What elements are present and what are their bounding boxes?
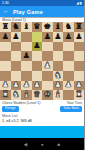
- white-knight[interactable]: ♞: [12, 91, 19, 99]
- white-pawn[interactable]: ♟: [12, 81, 19, 89]
- android-nav-bar: ◀ ● ■: [0, 138, 84, 150]
- black-pawn[interactable]: ♟: [2, 32, 9, 40]
- board-square-c2[interactable]: ♟: [21, 81, 32, 91]
- white-pawn[interactable]: ♟: [54, 81, 61, 89]
- board-square-f8[interactable]: ♝: [53, 22, 64, 32]
- page-title: Play Game: [13, 9, 43, 15]
- chess-board[interactable]: ♜♞♝♛♚♝♞♜♟♟♟♟♟♟♟♟♟♞♟♟♟♟♟♟♟♜♞♝♛♚♝♜: [0, 22, 84, 100]
- white-pawn[interactable]: ♟: [33, 81, 40, 89]
- turn-status-label: Your Turn: [67, 101, 82, 105]
- app-bar: ← Play Game: [0, 6, 84, 17]
- white-pawn[interactable]: ♟: [44, 62, 51, 70]
- board-square-b7[interactable]: ♟: [11, 32, 22, 42]
- board-square-b3[interactable]: [11, 71, 22, 81]
- white-queen[interactable]: ♛: [33, 91, 40, 99]
- back-arrow-icon[interactable]: ←: [3, 6, 9, 17]
- board-square-e4[interactable]: ♟: [42, 61, 53, 71]
- board-square-d6[interactable]: ♟: [32, 42, 43, 52]
- board-square-g6[interactable]: [63, 42, 74, 52]
- board-square-a8[interactable]: ♜: [0, 22, 11, 32]
- board-square-a3[interactable]: [0, 71, 11, 81]
- black-pawn[interactable]: ♟: [75, 32, 82, 40]
- board-square-f3[interactable]: ♞: [53, 71, 64, 81]
- board-square-e2[interactable]: [42, 81, 53, 91]
- board-square-e7[interactable]: ♟: [42, 32, 53, 42]
- board-square-h6[interactable]: [74, 42, 85, 52]
- board-square-g5[interactable]: [63, 51, 74, 61]
- black-pawn[interactable]: ♟: [44, 32, 51, 40]
- board-square-a2[interactable]: ♟: [0, 81, 11, 91]
- black-bishop[interactable]: ♝: [23, 23, 30, 31]
- board-square-e6[interactable]: [42, 42, 53, 52]
- white-bishop[interactable]: ♝: [23, 91, 30, 99]
- white-pawn[interactable]: ♟: [75, 81, 82, 89]
- board-square-c6[interactable]: [21, 42, 32, 52]
- white-pawn[interactable]: ♟: [2, 81, 9, 89]
- board-square-d1[interactable]: ♛: [32, 90, 43, 100]
- board-square-c1[interactable]: ♝: [21, 90, 32, 100]
- board-square-f4[interactable]: [53, 61, 64, 71]
- white-rook[interactable]: ♜: [75, 91, 82, 99]
- ad-banner[interactable]: [0, 126, 84, 138]
- board-square-h3[interactable]: [74, 71, 85, 81]
- black-bishop[interactable]: ♝: [54, 23, 61, 31]
- board-square-c8[interactable]: ♝: [21, 22, 32, 32]
- black-pawn[interactable]: ♟: [12, 32, 19, 40]
- white-pawn[interactable]: ♟: [65, 81, 72, 89]
- board-square-f5[interactable]: [53, 51, 64, 61]
- board-square-a4[interactable]: [0, 61, 11, 71]
- board-square-g8[interactable]: ♞: [63, 22, 74, 32]
- black-pawn[interactable]: ♟: [23, 52, 30, 60]
- board-square-h4[interactable]: [74, 61, 85, 71]
- player-name-label: Chess Student (Level 1): [2, 101, 41, 105]
- board-square-b1[interactable]: ♞: [11, 90, 22, 100]
- board-square-h7[interactable]: ♟: [74, 32, 85, 42]
- nav-home-icon[interactable]: ●: [41, 138, 44, 150]
- board-square-d3[interactable]: [32, 71, 43, 81]
- black-rook[interactable]: ♜: [75, 23, 82, 31]
- board-square-d4[interactable]: [32, 61, 43, 71]
- black-king[interactable]: ♚: [44, 23, 51, 31]
- board-square-a1[interactable]: ♜: [0, 90, 11, 100]
- board-square-f2[interactable]: ♟: [53, 81, 64, 91]
- board-square-b8[interactable]: ♞: [11, 22, 22, 32]
- board-square-b5[interactable]: [11, 51, 22, 61]
- board-square-g4[interactable]: [63, 61, 74, 71]
- nav-recents-icon[interactable]: ■: [57, 138, 60, 150]
- black-pawn[interactable]: ♟: [33, 42, 40, 50]
- board-square-h5[interactable]: [74, 51, 85, 61]
- board-square-b2[interactable]: ♟: [11, 81, 22, 91]
- board-square-h1[interactable]: ♜: [74, 90, 85, 100]
- black-knight[interactable]: ♞: [65, 23, 72, 31]
- opponent-name-label: Maria (Level 1): [2, 18, 26, 22]
- take-back-button[interactable]: Take Back: [60, 106, 82, 112]
- nav-back-icon[interactable]: ◀: [24, 138, 27, 150]
- white-bishop[interactable]: ♝: [54, 91, 61, 99]
- board-square-g1[interactable]: [63, 90, 74, 100]
- resign-button[interactable]: Resign: [2, 106, 19, 112]
- board-square-b6[interactable]: [11, 42, 22, 52]
- move-list: Move List 1. e4 c5 2. Nf3 d6: [0, 113, 84, 126]
- board-square-b4[interactable]: [11, 61, 22, 71]
- black-pawn[interactable]: ♟: [65, 32, 72, 40]
- board-square-f6[interactable]: [53, 42, 64, 52]
- board-square-f1[interactable]: ♝: [53, 90, 64, 100]
- board-square-c3[interactable]: [21, 71, 32, 81]
- board-square-d2[interactable]: ♟: [32, 81, 43, 91]
- black-rook[interactable]: ♜: [2, 23, 9, 31]
- black-queen[interactable]: ♛: [33, 23, 40, 31]
- board-square-c7[interactable]: [21, 32, 32, 42]
- black-pawn[interactable]: ♟: [54, 32, 61, 40]
- board-square-e1[interactable]: ♚: [42, 90, 53, 100]
- board-square-e8[interactable]: ♚: [42, 22, 53, 32]
- board-square-c4[interactable]: [21, 61, 32, 71]
- board-square-f7[interactable]: ♟: [53, 32, 64, 42]
- board-square-h2[interactable]: ♟: [74, 81, 85, 91]
- move-list-moves: 1. e4 c5 2. Nf3 d6: [2, 119, 82, 124]
- white-king[interactable]: ♚: [44, 91, 51, 99]
- black-knight[interactable]: ♞: [12, 23, 19, 31]
- white-knight[interactable]: ♞: [54, 71, 61, 79]
- white-rook[interactable]: ♜: [2, 91, 9, 99]
- board-square-h8[interactable]: ♜: [74, 22, 85, 32]
- board-square-a5[interactable]: [0, 51, 11, 61]
- board-square-d7[interactable]: [32, 32, 43, 42]
- board-square-a7[interactable]: ♟: [0, 32, 11, 42]
- board-square-e3[interactable]: [42, 71, 53, 81]
- phone-screen: 1:30 ◢ ▮ ← Play Game Maria (Level 1) ♜♞♝…: [0, 0, 84, 150]
- board-square-d5[interactable]: [32, 51, 43, 61]
- board-square-g3[interactable]: [63, 71, 74, 81]
- board-square-c5[interactable]: ♟: [21, 51, 32, 61]
- board-square-d8[interactable]: ♛: [32, 22, 43, 32]
- board-square-g7[interactable]: ♟: [63, 32, 74, 42]
- board-square-g2[interactable]: ♟: [63, 81, 74, 91]
- board-square-a6[interactable]: [0, 42, 11, 52]
- board-square-e5[interactable]: [42, 51, 53, 61]
- white-pawn[interactable]: ♟: [23, 81, 30, 89]
